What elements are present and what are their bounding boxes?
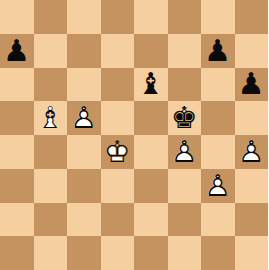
square-d4[interactable]: ♚♔ [101,135,135,169]
white-bishop-outline-glyph: ♗ [34,101,68,135]
square-d3[interactable] [101,169,135,203]
square-f4[interactable]: ♟♙ [168,135,202,169]
square-e6[interactable]: ♝ [134,68,168,102]
square-f1[interactable] [168,236,202,270]
square-g5[interactable] [201,101,235,135]
square-d2[interactable] [101,203,135,237]
square-b5[interactable]: ♝♗ [34,101,68,135]
square-d8[interactable] [101,0,135,34]
square-a8[interactable] [0,0,34,34]
piece-white-pawn[interactable]: ♟♙ [67,101,101,135]
black-pawn-glyph: ♟ [201,34,235,68]
square-b1[interactable] [34,236,68,270]
square-b7[interactable] [34,34,68,68]
square-a7[interactable]: ♟ [0,34,34,68]
square-c1[interactable] [67,236,101,270]
piece-black-pawn[interactable]: ♟ [0,34,34,68]
square-c8[interactable] [67,0,101,34]
square-b6[interactable] [34,68,68,102]
piece-white-pawn[interactable]: ♟♙ [201,169,235,203]
black-pawn-glyph: ♟ [0,34,34,68]
square-b8[interactable] [34,0,68,34]
square-f5[interactable]: ♚ [168,101,202,135]
piece-black-bishop[interactable]: ♝ [134,68,168,102]
square-g6[interactable] [201,68,235,102]
square-a2[interactable] [0,203,34,237]
white-pawn-outline-glyph: ♙ [235,135,269,169]
square-c3[interactable] [67,169,101,203]
square-b4[interactable] [34,135,68,169]
square-g4[interactable] [201,135,235,169]
square-g1[interactable] [201,236,235,270]
square-e2[interactable] [134,203,168,237]
piece-white-king[interactable]: ♚♔ [101,135,135,169]
square-h2[interactable] [235,203,269,237]
piece-black-pawn[interactable]: ♟ [201,34,235,68]
square-d6[interactable] [101,68,135,102]
black-king-glyph: ♚ [168,101,202,135]
square-g2[interactable] [201,203,235,237]
square-e1[interactable] [134,236,168,270]
square-a6[interactable] [0,68,34,102]
square-e8[interactable] [134,0,168,34]
piece-white-pawn[interactable]: ♟♙ [168,135,202,169]
piece-black-king[interactable]: ♚ [168,101,202,135]
square-e5[interactable] [134,101,168,135]
white-king-outline-glyph: ♔ [101,135,135,169]
square-c6[interactable] [67,68,101,102]
square-h7[interactable] [235,34,269,68]
piece-black-pawn[interactable]: ♟ [235,68,269,102]
black-bishop-glyph: ♝ [134,68,168,102]
square-f7[interactable] [168,34,202,68]
square-c7[interactable] [67,34,101,68]
square-c4[interactable] [67,135,101,169]
square-c5[interactable]: ♟♙ [67,101,101,135]
square-a5[interactable] [0,101,34,135]
piece-white-pawn[interactable]: ♟♙ [235,135,269,169]
square-h4[interactable]: ♟♙ [235,135,269,169]
square-a4[interactable] [0,135,34,169]
square-f2[interactable] [168,203,202,237]
square-d1[interactable] [101,236,135,270]
square-f8[interactable] [168,0,202,34]
square-g3[interactable]: ♟♙ [201,169,235,203]
square-b2[interactable] [34,203,68,237]
square-c2[interactable] [67,203,101,237]
square-e4[interactable] [134,135,168,169]
square-d7[interactable] [101,34,135,68]
white-pawn-outline-glyph: ♙ [67,101,101,135]
piece-white-bishop[interactable]: ♝♗ [34,101,68,135]
square-h8[interactable] [235,0,269,34]
square-e7[interactable] [134,34,168,68]
white-pawn-outline-glyph: ♙ [201,169,235,203]
square-g8[interactable] [201,0,235,34]
square-h5[interactable] [235,101,269,135]
square-h3[interactable] [235,169,269,203]
square-g7[interactable]: ♟ [201,34,235,68]
square-f3[interactable] [168,169,202,203]
square-h1[interactable] [235,236,269,270]
chess-board: ♟♟♝♟♝♗♟♙♚♚♔♟♙♟♙♟♙ [0,0,268,270]
square-h6[interactable]: ♟ [235,68,269,102]
square-a3[interactable] [0,169,34,203]
square-b3[interactable] [34,169,68,203]
square-f6[interactable] [168,68,202,102]
square-e3[interactable] [134,169,168,203]
square-d5[interactable] [101,101,135,135]
white-pawn-outline-glyph: ♙ [168,135,202,169]
black-pawn-glyph: ♟ [235,68,269,102]
square-a1[interactable] [0,236,34,270]
